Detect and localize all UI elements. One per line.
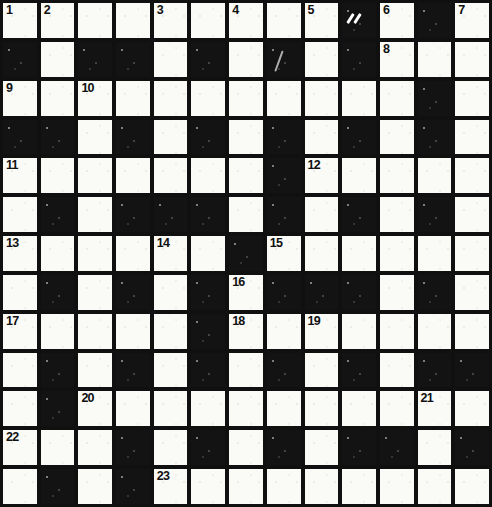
clue-number: 16 — [232, 276, 244, 289]
black-cell — [191, 430, 225, 465]
white-cell[interactable] — [380, 236, 414, 271]
white-cell[interactable] — [418, 236, 452, 271]
black-cell — [3, 120, 37, 155]
white-cell[interactable] — [154, 81, 188, 116]
white-cell[interactable] — [418, 430, 452, 465]
white-cell[interactable]: 13 — [3, 236, 37, 271]
white-cell[interactable] — [116, 391, 150, 426]
black-cell — [418, 353, 452, 388]
white-cell[interactable] — [305, 469, 339, 504]
white-cell[interactable] — [229, 391, 263, 426]
clue-number: 3 — [157, 4, 163, 17]
black-cell — [41, 275, 75, 310]
white-cell[interactable]: 6 — [380, 3, 414, 38]
white-cell[interactable]: 4 — [229, 3, 263, 38]
black-cell — [342, 275, 376, 310]
white-cell[interactable] — [3, 391, 37, 426]
clue-number: 5 — [308, 4, 314, 17]
white-cell[interactable] — [229, 469, 263, 504]
white-cell[interactable] — [380, 469, 414, 504]
white-cell[interactable] — [455, 275, 489, 310]
white-cell[interactable] — [191, 3, 225, 38]
white-cell[interactable] — [455, 120, 489, 155]
white-cell[interactable]: 7 — [455, 3, 489, 38]
black-cell — [267, 353, 301, 388]
black-cell — [41, 197, 75, 232]
white-cell[interactable] — [305, 353, 339, 388]
black-cell — [342, 197, 376, 232]
white-cell[interactable] — [154, 275, 188, 310]
clue-number: 1 — [6, 4, 12, 17]
white-cell[interactable] — [78, 197, 112, 232]
white-cell[interactable] — [41, 158, 75, 193]
white-cell[interactable] — [380, 158, 414, 193]
white-cell[interactable] — [154, 120, 188, 155]
white-cell[interactable] — [229, 430, 263, 465]
white-cell[interactable] — [229, 81, 263, 116]
white-cell[interactable] — [380, 197, 414, 232]
white-cell[interactable] — [455, 81, 489, 116]
white-cell[interactable] — [305, 197, 339, 232]
clue-number: 21 — [421, 392, 433, 405]
clue-number: 4 — [232, 4, 238, 17]
white-cell[interactable] — [41, 430, 75, 465]
white-cell[interactable] — [191, 81, 225, 116]
white-cell[interactable]: 9 — [3, 81, 37, 116]
white-cell[interactable] — [41, 314, 75, 349]
black-cell — [380, 430, 414, 465]
white-cell[interactable] — [305, 120, 339, 155]
white-cell[interactable] — [380, 391, 414, 426]
white-cell[interactable] — [380, 314, 414, 349]
black-cell — [116, 197, 150, 232]
white-cell[interactable] — [116, 3, 150, 38]
clue-number: 22 — [6, 431, 18, 444]
white-cell[interactable] — [267, 314, 301, 349]
white-cell[interactable] — [455, 158, 489, 193]
white-cell[interactable] — [229, 158, 263, 193]
black-cell — [191, 120, 225, 155]
white-cell[interactable] — [229, 197, 263, 232]
black-cell — [41, 353, 75, 388]
clue-number: 8 — [383, 43, 389, 56]
white-cell[interactable] — [305, 42, 339, 77]
white-cell[interactable] — [116, 314, 150, 349]
white-cell[interactable] — [418, 158, 452, 193]
white-cell[interactable] — [267, 391, 301, 426]
white-cell[interactable] — [3, 469, 37, 504]
clue-number: 9 — [6, 82, 12, 95]
white-cell[interactable] — [78, 236, 112, 271]
white-cell[interactable] — [380, 275, 414, 310]
white-cell[interactable] — [154, 391, 188, 426]
white-cell[interactable] — [78, 314, 112, 349]
black-cell — [41, 391, 75, 426]
white-cell[interactable] — [455, 391, 489, 426]
clue-number: 10 — [81, 82, 93, 95]
black-cell — [3, 42, 37, 77]
black-cell — [41, 120, 75, 155]
white-cell[interactable] — [191, 469, 225, 504]
crossword-grid: 1234567891011121314151617181920212223 — [0, 0, 492, 507]
white-cell[interactable] — [305, 236, 339, 271]
clue-number: 2 — [44, 4, 50, 17]
clue-number: 14 — [157, 237, 169, 250]
black-cell — [267, 120, 301, 155]
white-cell[interactable] — [380, 120, 414, 155]
black-cell — [342, 353, 376, 388]
white-cell[interactable]: 1 — [3, 3, 37, 38]
white-cell[interactable] — [418, 42, 452, 77]
black-cell — [116, 353, 150, 388]
white-cell[interactable] — [455, 236, 489, 271]
white-cell[interactable] — [267, 81, 301, 116]
clue-number: 7 — [458, 4, 464, 17]
white-cell[interactable] — [78, 353, 112, 388]
black-cell — [418, 197, 452, 232]
white-cell[interactable] — [154, 430, 188, 465]
black-cell — [455, 430, 489, 465]
black-cell — [267, 158, 301, 193]
white-cell[interactable] — [229, 42, 263, 77]
white-cell[interactable]: 2 — [41, 3, 75, 38]
black-cell — [116, 430, 150, 465]
white-cell[interactable] — [41, 42, 75, 77]
white-cell[interactable] — [418, 469, 452, 504]
white-cell[interactable]: 14 — [154, 236, 188, 271]
black-cell — [342, 430, 376, 465]
white-cell[interactable] — [78, 469, 112, 504]
white-cell[interactable] — [342, 391, 376, 426]
white-cell[interactable] — [191, 158, 225, 193]
white-cell[interactable] — [78, 430, 112, 465]
white-cell[interactable] — [78, 275, 112, 310]
white-cell[interactable]: 15 — [267, 236, 301, 271]
white-cell[interactable] — [154, 353, 188, 388]
white-cell[interactable] — [3, 353, 37, 388]
white-cell[interactable] — [267, 3, 301, 38]
white-cell[interactable] — [191, 236, 225, 271]
white-cell[interactable]: 11 — [3, 158, 37, 193]
black-cell — [191, 353, 225, 388]
white-cell[interactable] — [41, 236, 75, 271]
black-cell — [418, 120, 452, 155]
white-cell[interactable] — [78, 120, 112, 155]
white-cell[interactable] — [342, 314, 376, 349]
clue-number: 12 — [308, 159, 320, 172]
black-cell — [342, 120, 376, 155]
black-cell — [418, 81, 452, 116]
black-cell — [191, 275, 225, 310]
white-cell[interactable] — [229, 353, 263, 388]
white-cell[interactable]: 21 — [418, 391, 452, 426]
white-cell[interactable] — [78, 158, 112, 193]
black-cell — [191, 42, 225, 77]
black-cell — [116, 42, 150, 77]
black-cell — [418, 3, 452, 38]
clue-number: 17 — [6, 315, 18, 328]
black-cell — [41, 469, 75, 504]
white-cell[interactable] — [116, 158, 150, 193]
black-cell — [418, 275, 452, 310]
white-cell[interactable] — [3, 197, 37, 232]
black-cell — [342, 42, 376, 77]
white-cell[interactable] — [305, 430, 339, 465]
white-cell[interactable] — [455, 314, 489, 349]
white-cell[interactable] — [380, 81, 414, 116]
black-cell — [154, 197, 188, 232]
black-cell — [342, 3, 376, 38]
clue-number: 13 — [6, 237, 18, 250]
black-cell — [455, 353, 489, 388]
black-cell — [116, 120, 150, 155]
white-cell[interactable]: 3 — [154, 3, 188, 38]
white-cell[interactable]: 22 — [3, 430, 37, 465]
white-cell[interactable] — [3, 275, 37, 310]
white-cell[interactable] — [342, 158, 376, 193]
white-cell[interactable] — [455, 469, 489, 504]
black-cell — [267, 430, 301, 465]
white-cell[interactable] — [380, 353, 414, 388]
white-cell[interactable]: 8 — [380, 42, 414, 77]
black-cell — [191, 314, 225, 349]
black-cell — [116, 469, 150, 504]
white-cell[interactable] — [305, 81, 339, 116]
white-cell[interactable]: 23 — [154, 469, 188, 504]
white-cell[interactable] — [116, 236, 150, 271]
white-cell[interactable] — [229, 120, 263, 155]
white-cell[interactable] — [342, 236, 376, 271]
white-cell[interactable] — [116, 81, 150, 116]
clue-number: 6 — [383, 4, 389, 17]
white-cell[interactable]: 5 — [305, 3, 339, 38]
clue-number: 15 — [270, 237, 282, 250]
white-cell[interactable]: 18 — [229, 314, 263, 349]
clue-number: 19 — [308, 315, 320, 328]
black-cell — [267, 197, 301, 232]
clue-number: 18 — [232, 315, 244, 328]
clue-number: 11 — [6, 159, 18, 172]
black-cell — [191, 197, 225, 232]
white-cell[interactable] — [342, 81, 376, 116]
black-cell — [229, 236, 263, 271]
clue-number: 23 — [157, 470, 169, 483]
white-cell[interactable] — [41, 81, 75, 116]
white-cell[interactable]: 17 — [3, 314, 37, 349]
black-cell — [267, 275, 301, 310]
ditto-mark-artifact — [349, 13, 359, 24]
black-cell — [267, 42, 301, 77]
white-cell[interactable] — [305, 391, 339, 426]
white-cell[interactable] — [342, 469, 376, 504]
black-cell — [116, 275, 150, 310]
white-cell[interactable] — [78, 3, 112, 38]
white-cell[interactable]: 12 — [305, 158, 339, 193]
clue-number: 20 — [81, 392, 93, 405]
black-cell — [78, 42, 112, 77]
white-cell[interactable] — [154, 158, 188, 193]
white-cell[interactable]: 16 — [229, 275, 263, 310]
white-cell[interactable] — [191, 391, 225, 426]
white-cell[interactable] — [455, 197, 489, 232]
white-cell[interactable] — [267, 469, 301, 504]
black-cell — [305, 275, 339, 310]
white-cell[interactable]: 20 — [78, 391, 112, 426]
white-cell[interactable] — [154, 314, 188, 349]
white-cell[interactable]: 10 — [78, 81, 112, 116]
white-cell[interactable] — [154, 42, 188, 77]
white-cell[interactable] — [418, 314, 452, 349]
white-cell[interactable] — [455, 42, 489, 77]
white-cell[interactable]: 19 — [305, 314, 339, 349]
scratch-artifact — [274, 50, 283, 71]
